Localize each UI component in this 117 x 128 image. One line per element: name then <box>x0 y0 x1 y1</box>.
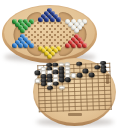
go-stone-black[interactable] <box>41 82 47 87</box>
go-grid <box>37 63 112 113</box>
cc-hole[interactable] <box>66 28 68 30</box>
go-stone-black[interactable] <box>59 77 65 82</box>
cc-hole[interactable] <box>49 22 51 24</box>
product-photo <box>0 0 117 128</box>
go-stone-black[interactable] <box>89 73 95 78</box>
cc-hole[interactable] <box>25 34 27 36</box>
go-stone-black[interactable] <box>47 86 53 91</box>
cc-hole[interactable] <box>49 34 51 36</box>
go-stone-black[interactable] <box>65 77 71 82</box>
go-stone-white[interactable] <box>35 78 41 83</box>
cc-peg-N[interactable] <box>50 17 55 22</box>
cc-hole[interactable] <box>43 22 45 24</box>
cc-hole[interactable] <box>28 31 30 33</box>
go-board <box>33 58 116 126</box>
cc-peg-N[interactable] <box>56 17 61 22</box>
cc-hole[interactable] <box>46 42 48 44</box>
cc-hole[interactable] <box>31 34 33 36</box>
cc-hole[interactable] <box>49 28 51 30</box>
go-stone-black[interactable] <box>101 68 107 73</box>
brand-stamp <box>106 74 109 84</box>
cc-hole[interactable] <box>40 31 42 33</box>
cc-hole[interactable] <box>46 31 48 33</box>
cc-peg-N[interactable] <box>44 17 49 22</box>
cc-hole[interactable] <box>37 34 39 36</box>
chinese-checkers-board <box>2 5 97 63</box>
cc-hole[interactable] <box>31 28 33 30</box>
go-stone-black[interactable] <box>83 69 89 74</box>
cc-hole[interactable] <box>40 25 42 27</box>
go-stone-white[interactable] <box>59 85 65 90</box>
cc-hole[interactable] <box>37 22 39 24</box>
cc-peg-B[interactable] <box>12 43 17 48</box>
cc-hole[interactable] <box>63 31 65 33</box>
cc-hole[interactable] <box>37 28 39 30</box>
cc-hole[interactable] <box>69 31 71 33</box>
go-stone-black[interactable] <box>35 71 41 76</box>
go-stone-black[interactable] <box>77 73 83 78</box>
cc-hole[interactable] <box>40 42 42 44</box>
cc-hole[interactable] <box>34 31 36 33</box>
cc-hole[interactable] <box>34 25 36 27</box>
cc-peg-B[interactable] <box>18 43 23 48</box>
cc-hole[interactable] <box>43 28 45 30</box>
cc-hole[interactable] <box>34 42 36 44</box>
cc-peg-R[interactable] <box>71 43 76 48</box>
cc-peg-N[interactable] <box>38 17 43 22</box>
cc-hole[interactable] <box>43 34 45 36</box>
cc-hole[interactable] <box>46 25 48 27</box>
cc-peg-B[interactable] <box>29 43 34 48</box>
cc-peg-R[interactable] <box>77 43 82 48</box>
go-stone-black[interactable] <box>76 61 82 66</box>
go-stone-black[interactable] <box>94 65 100 70</box>
go-stone-black[interactable] <box>53 81 59 86</box>
cc-peg-R[interactable] <box>65 43 70 48</box>
cc-hole[interactable] <box>66 34 68 36</box>
cc-peg-W[interactable] <box>74 28 79 33</box>
brand-stamp <box>68 113 82 116</box>
go-stone-white[interactable] <box>71 73 77 78</box>
